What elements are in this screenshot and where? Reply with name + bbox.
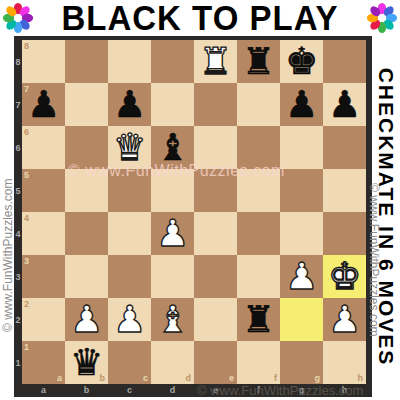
piece-white-king: ♚ [323, 255, 366, 298]
square-h1[interactable]: h [323, 341, 366, 384]
square-h6[interactable] [323, 126, 366, 169]
square-a4[interactable]: 4 [22, 212, 65, 255]
square-file-label-f: f [274, 374, 277, 383]
square-c6[interactable]: ♛ [108, 126, 151, 169]
frame-rank-label-8: 8 [14, 40, 22, 83]
square-file-label-c: c [143, 374, 148, 383]
frame-file-label-h: h [323, 384, 366, 397]
piece-white-pawn: ♟ [151, 212, 194, 255]
square-d7[interactable] [151, 83, 194, 126]
square-e7[interactable] [194, 83, 237, 126]
pinwheel-puzzle-logo-icon [365, 1, 399, 35]
square-file-label-b: b [100, 374, 106, 383]
square-rank-label-2: 2 [24, 300, 29, 309]
square-g3[interactable]: ♟ [280, 255, 323, 298]
square-c2[interactable]: ♟ [108, 298, 151, 341]
piece-white-pawn: ♟ [280, 255, 323, 298]
watermark-left-vertical: © www.FunWithPuzzles.com [1, 178, 15, 332]
square-c7[interactable]: ♟ [108, 83, 151, 126]
square-f5[interactable] [237, 169, 280, 212]
piece-white-pawn: ♟ [323, 298, 366, 341]
piece-black-pawn: ♟ [108, 83, 151, 126]
frame-file-label-b: b [65, 384, 108, 397]
piece-black-rook: ♜ [237, 298, 280, 341]
piece-white-rook: ♜ [194, 40, 237, 83]
square-g5[interactable] [280, 169, 323, 212]
square-e2[interactable] [194, 298, 237, 341]
square-b3[interactable] [65, 255, 108, 298]
square-g1[interactable]: g [280, 341, 323, 384]
square-a2[interactable]: 2 [22, 298, 65, 341]
square-h8[interactable] [323, 40, 366, 83]
pinwheel-puzzle-logo-icon [1, 1, 35, 35]
piece-white-queen: ♛ [108, 126, 151, 169]
piece-white-pawn: ♟ [65, 298, 108, 341]
objective-text: CHECKMATE IN 6 MOVES [374, 67, 398, 366]
frame-file-label-c: c [108, 384, 151, 397]
piece-white-pawn: ♟ [108, 298, 151, 341]
square-c1[interactable]: c [108, 341, 151, 384]
square-h7[interactable]: ♟ [323, 83, 366, 126]
frame-rank-label-5: 5 [14, 169, 22, 212]
square-f8[interactable]: ♜ [237, 40, 280, 83]
frame-rank-label-6: 6 [14, 126, 22, 169]
square-file-label-g: g [315, 374, 321, 383]
square-c8[interactable] [108, 40, 151, 83]
square-c5[interactable] [108, 169, 151, 212]
piece-white-bishop: ♝ [151, 298, 194, 341]
piece-black-rook: ♜ [237, 40, 280, 83]
square-g6[interactable] [280, 126, 323, 169]
square-e5[interactable] [194, 169, 237, 212]
square-f3[interactable] [237, 255, 280, 298]
square-f2[interactable]: ♜ [237, 298, 280, 341]
square-e6[interactable] [194, 126, 237, 169]
square-e3[interactable] [194, 255, 237, 298]
square-a8[interactable]: 8 [22, 40, 65, 83]
frame-rank-label-2: 2 [14, 298, 22, 341]
square-f6[interactable] [237, 126, 280, 169]
square-file-label-h: h [358, 374, 364, 383]
frame-file-label-g: g [280, 384, 323, 397]
square-g8[interactable]: ♚ [280, 40, 323, 83]
square-a6[interactable]: 6 [22, 126, 65, 169]
square-d5[interactable] [151, 169, 194, 212]
board: 8♜♜♚7♟♟♟♟6♛♝54♟3♟♚2♟♟♝♜♟1ab♛cdefgh [22, 40, 366, 384]
square-f1[interactable]: f [237, 341, 280, 384]
square-d1[interactable]: d [151, 341, 194, 384]
square-rank-label-6: 6 [24, 128, 29, 137]
square-e4[interactable] [194, 212, 237, 255]
square-f7[interactable] [237, 83, 280, 126]
frame-rank-label-4: 4 [14, 212, 22, 255]
chess-board-frame: 87654321 8♜♜♚7♟♟♟♟6♛♝54♟3♟♚2♟♟♝♜♟1ab♛cde… [14, 36, 372, 397]
square-d4[interactable]: ♟ [151, 212, 194, 255]
square-file-label-e: e [229, 374, 234, 383]
square-d6[interactable]: ♝ [151, 126, 194, 169]
square-b1[interactable]: b♛ [65, 341, 108, 384]
square-a7[interactable]: 7♟ [22, 83, 65, 126]
frame-rank-label-3: 3 [14, 255, 22, 298]
square-h3[interactable]: ♚ [323, 255, 366, 298]
frame-file-label-a: a [22, 384, 65, 397]
frame-rank-label-7: 7 [14, 83, 22, 126]
piece-black-pawn: ♟ [323, 83, 366, 126]
objective-banner: CHECKMATE IN 6 MOVES [372, 36, 400, 397]
square-c4[interactable] [108, 212, 151, 255]
square-b4[interactable] [65, 212, 108, 255]
frame-file-label-f: f [237, 384, 280, 397]
square-e8[interactable]: ♜ [194, 40, 237, 83]
square-d3[interactable] [151, 255, 194, 298]
square-file-label-d: d [186, 374, 192, 383]
square-a1[interactable]: 1a [22, 341, 65, 384]
title-bar: BLACK TO PLAY [0, 0, 400, 36]
piece-black-king: ♚ [280, 40, 323, 83]
piece-black-bishop: ♝ [151, 126, 194, 169]
square-b6[interactable] [65, 126, 108, 169]
square-rank-label-8: 8 [24, 42, 29, 51]
square-g4[interactable] [280, 212, 323, 255]
square-b2[interactable]: ♟ [65, 298, 108, 341]
piece-black-pawn: ♟ [280, 83, 323, 126]
square-a5[interactable]: 5 [22, 169, 65, 212]
square-d8[interactable] [151, 40, 194, 83]
square-h2[interactable]: ♟ [323, 298, 366, 341]
square-file-label-a: a [57, 374, 62, 383]
square-b7[interactable] [65, 83, 108, 126]
square-rank-label-7: 7 [24, 85, 29, 94]
square-f4[interactable] [237, 212, 280, 255]
frame-rank-label-1: 1 [14, 341, 22, 384]
page-title: BLACK TO PLAY [61, 0, 338, 37]
square-h4[interactable] [323, 212, 366, 255]
square-rank-label-3: 3 [24, 257, 29, 266]
square-rank-label-1: 1 [24, 343, 29, 352]
rank-labels: 87654321 [14, 40, 22, 384]
square-g7[interactable]: ♟ [280, 83, 323, 126]
square-h5[interactable] [323, 169, 366, 212]
frame-file-label-e: e [194, 384, 237, 397]
file-labels: abcdefgh [22, 384, 366, 397]
square-rank-label-5: 5 [24, 171, 29, 180]
square-d2[interactable]: ♝ [151, 298, 194, 341]
square-g2[interactable] [280, 298, 323, 341]
square-b5[interactable] [65, 169, 108, 212]
square-rank-label-4: 4 [24, 214, 29, 223]
frame-file-label-d: d [151, 384, 194, 397]
square-b8[interactable] [65, 40, 108, 83]
square-a3[interactable]: 3 [22, 255, 65, 298]
square-c3[interactable] [108, 255, 151, 298]
square-e1[interactable]: e [194, 341, 237, 384]
